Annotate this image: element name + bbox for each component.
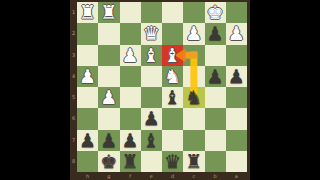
file-label-e: e <box>141 174 162 179</box>
board-frame: ♜♜♚♛♟♟♟♝♝♞♟♟♟♟♟♞♝♟♝♟♟♟♚♜♛♜ 12345678hgfed… <box>70 0 250 180</box>
square-f7[interactable] <box>120 130 141 151</box>
rank-label-3: 3 <box>70 53 77 58</box>
square-d2[interactable] <box>162 23 183 44</box>
file-label-c: c <box>183 174 204 179</box>
square-b3[interactable] <box>205 45 226 66</box>
file-label-f: f <box>120 174 141 179</box>
file-label-b: b <box>205 174 226 179</box>
square-e7[interactable] <box>141 130 162 151</box>
square-e5[interactable] <box>141 87 162 108</box>
square-a8[interactable] <box>226 151 247 172</box>
pillarbox-left <box>0 0 70 180</box>
square-b7[interactable] <box>205 130 226 151</box>
square-c3[interactable] <box>183 45 204 66</box>
square-c5[interactable] <box>183 87 204 108</box>
file-label-d: d <box>162 174 183 179</box>
square-h4[interactable] <box>77 66 98 87</box>
square-b4[interactable] <box>205 66 226 87</box>
rank-label-6: 6 <box>70 116 77 121</box>
square-g4[interactable] <box>98 66 119 87</box>
square-e3[interactable] <box>141 45 162 66</box>
square-c8[interactable] <box>183 151 204 172</box>
rank-label-2: 2 <box>70 31 77 36</box>
chess-board[interactable] <box>77 2 247 172</box>
rank-label-5: 5 <box>70 95 77 100</box>
rank-label-7: 7 <box>70 138 77 143</box>
square-e4[interactable] <box>141 66 162 87</box>
square-b2[interactable] <box>205 23 226 44</box>
square-h7[interactable] <box>77 130 98 151</box>
square-c7[interactable] <box>183 130 204 151</box>
square-a1[interactable] <box>226 2 247 23</box>
square-b5[interactable] <box>205 87 226 108</box>
square-h2[interactable] <box>77 23 98 44</box>
square-a2[interactable] <box>226 23 247 44</box>
square-c4[interactable] <box>183 66 204 87</box>
square-f1[interactable] <box>120 2 141 23</box>
square-a4[interactable] <box>226 66 247 87</box>
square-f5[interactable] <box>120 87 141 108</box>
square-h3[interactable] <box>77 45 98 66</box>
square-e2[interactable] <box>141 23 162 44</box>
square-a3[interactable] <box>226 45 247 66</box>
pillarbox-right <box>250 0 320 180</box>
square-d6[interactable] <box>162 108 183 129</box>
square-c6[interactable] <box>183 108 204 129</box>
square-d4[interactable] <box>162 66 183 87</box>
square-a6[interactable] <box>226 108 247 129</box>
square-g2[interactable] <box>98 23 119 44</box>
rank-label-1: 1 <box>70 10 77 15</box>
rank-label-4: 4 <box>70 74 77 79</box>
square-g3[interactable] <box>98 45 119 66</box>
square-d1[interactable] <box>162 2 183 23</box>
square-h8[interactable] <box>77 151 98 172</box>
square-e1[interactable] <box>141 2 162 23</box>
square-g8[interactable] <box>98 151 119 172</box>
square-h6[interactable] <box>77 108 98 129</box>
square-d7[interactable] <box>162 130 183 151</box>
file-label-a: a <box>226 174 247 179</box>
square-g5[interactable] <box>98 87 119 108</box>
square-f8[interactable] <box>120 151 141 172</box>
square-a5[interactable] <box>226 87 247 108</box>
square-f2[interactable] <box>120 23 141 44</box>
square-d8[interactable] <box>162 151 183 172</box>
rank-label-8: 8 <box>70 159 77 164</box>
square-c1[interactable] <box>183 2 204 23</box>
file-label-g: g <box>98 174 119 179</box>
square-f3[interactable] <box>120 45 141 66</box>
video-frame: ♜♜♚♛♟♟♟♝♝♞♟♟♟♟♟♞♝♟♝♟♟♟♚♜♛♜ 12345678hgfed… <box>0 0 320 180</box>
square-f6[interactable] <box>120 108 141 129</box>
square-h5[interactable] <box>77 87 98 108</box>
square-b8[interactable] <box>205 151 226 172</box>
square-d3[interactable] <box>162 45 183 66</box>
square-d5[interactable] <box>162 87 183 108</box>
square-f4[interactable] <box>120 66 141 87</box>
square-e6[interactable] <box>141 108 162 129</box>
square-b6[interactable] <box>205 108 226 129</box>
file-label-h: h <box>77 174 98 179</box>
square-e8[interactable] <box>141 151 162 172</box>
square-b1[interactable] <box>205 2 226 23</box>
square-a7[interactable] <box>226 130 247 151</box>
square-c2[interactable] <box>183 23 204 44</box>
square-g1[interactable] <box>98 2 119 23</box>
square-g6[interactable] <box>98 108 119 129</box>
square-h1[interactable] <box>77 2 98 23</box>
square-g7[interactable] <box>98 130 119 151</box>
